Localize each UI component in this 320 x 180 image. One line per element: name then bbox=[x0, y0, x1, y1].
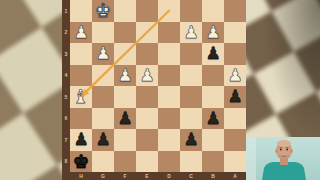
eyebrow-right bbox=[286, 147, 289, 148]
piece-bP-c7[interactable]: ♟ bbox=[183, 131, 198, 148]
square-e6[interactable] bbox=[136, 108, 158, 130]
square-g5[interactable] bbox=[92, 86, 114, 108]
eye-right bbox=[286, 149, 288, 151]
file-label-e: E bbox=[136, 172, 158, 180]
square-b2[interactable]: ♟ bbox=[202, 22, 224, 44]
square-a8[interactable] bbox=[224, 151, 246, 173]
square-c7[interactable]: ♟ bbox=[180, 129, 202, 151]
square-e7[interactable] bbox=[136, 129, 158, 151]
head-highlight bbox=[277, 140, 291, 147]
square-c4[interactable] bbox=[180, 65, 202, 87]
background-left-blurred-chessboard bbox=[0, 0, 66, 180]
square-c3[interactable] bbox=[180, 43, 202, 65]
square-d2[interactable] bbox=[158, 22, 180, 44]
eyebrow-left bbox=[279, 147, 282, 148]
video-frame: ♚♟♟♟♟♟♟♟♟♝♟♟♟♟♟♟♚ 12345678HGFEDCBA bbox=[0, 0, 320, 180]
rank-label-8: 8 bbox=[62, 151, 70, 173]
square-e5[interactable] bbox=[136, 86, 158, 108]
file-label-f: F bbox=[114, 172, 136, 180]
square-a4[interactable]: ♟ bbox=[224, 65, 246, 87]
square-f1[interactable] bbox=[114, 0, 136, 22]
square-c5[interactable] bbox=[180, 86, 202, 108]
square-b1[interactable] bbox=[202, 0, 224, 22]
square-h5[interactable]: ♝ bbox=[70, 86, 92, 108]
piece-wP-h2[interactable]: ♟ bbox=[73, 23, 88, 40]
square-h2[interactable]: ♟ bbox=[70, 22, 92, 44]
board-frame: ♚♟♟♟♟♟♟♟♟♝♟♟♟♟♟♟♚ 12345678HGFEDCBA bbox=[62, 0, 246, 180]
file-label-b: B bbox=[202, 172, 224, 180]
rank-label-7: 7 bbox=[62, 129, 70, 151]
piece-bP-f6[interactable]: ♟ bbox=[117, 109, 132, 126]
square-e1[interactable] bbox=[136, 0, 158, 22]
square-h1[interactable] bbox=[70, 0, 92, 22]
piece-bP-h7[interactable]: ♟ bbox=[73, 131, 88, 148]
square-e8[interactable] bbox=[136, 151, 158, 173]
rank-label-6: 6 bbox=[62, 108, 70, 130]
square-g3[interactable]: ♟ bbox=[92, 43, 114, 65]
square-d3[interactable] bbox=[158, 43, 180, 65]
rank-label-5: 5 bbox=[62, 86, 70, 108]
rank-label-2: 2 bbox=[62, 22, 70, 44]
square-a1[interactable] bbox=[224, 0, 246, 22]
square-g4[interactable] bbox=[92, 65, 114, 87]
square-a2[interactable] bbox=[224, 22, 246, 44]
file-label-d: D bbox=[158, 172, 180, 180]
square-g6[interactable] bbox=[92, 108, 114, 130]
square-e3[interactable] bbox=[136, 43, 158, 65]
square-d7[interactable] bbox=[158, 129, 180, 151]
rank-label-3: 3 bbox=[62, 43, 70, 65]
piece-bP-g7[interactable]: ♟ bbox=[95, 131, 110, 148]
square-h3[interactable] bbox=[70, 43, 92, 65]
piece-bP-b3[interactable]: ♟ bbox=[205, 45, 220, 62]
file-label-c: C bbox=[180, 172, 202, 180]
square-f5[interactable] bbox=[114, 86, 136, 108]
square-h4[interactable] bbox=[70, 65, 92, 87]
piece-wB-h5[interactable]: ♝ bbox=[72, 87, 89, 106]
square-a6[interactable] bbox=[224, 108, 246, 130]
square-b3[interactable]: ♟ bbox=[202, 43, 224, 65]
piece-wP-g3[interactable]: ♟ bbox=[95, 45, 110, 62]
square-h7[interactable]: ♟ bbox=[70, 129, 92, 151]
piece-bP-b6[interactable]: ♟ bbox=[205, 109, 220, 126]
square-d1[interactable] bbox=[158, 0, 180, 22]
square-c6[interactable] bbox=[180, 108, 202, 130]
eye-left bbox=[280, 149, 282, 151]
file-label-a: A bbox=[224, 172, 246, 180]
square-b5[interactable] bbox=[202, 86, 224, 108]
square-f7[interactable] bbox=[114, 129, 136, 151]
square-g1[interactable]: ♚ bbox=[92, 0, 114, 22]
square-e2[interactable] bbox=[136, 22, 158, 44]
square-c2[interactable]: ♟ bbox=[180, 22, 202, 44]
square-b7[interactable] bbox=[202, 129, 224, 151]
file-label-h: H bbox=[70, 172, 92, 180]
square-g2[interactable] bbox=[92, 22, 114, 44]
square-a5[interactable]: ♟ bbox=[224, 86, 246, 108]
square-f3[interactable] bbox=[114, 43, 136, 65]
square-d6[interactable] bbox=[158, 108, 180, 130]
square-b4[interactable] bbox=[202, 65, 224, 87]
square-g7[interactable]: ♟ bbox=[92, 129, 114, 151]
piece-wP-c2[interactable]: ♟ bbox=[183, 23, 198, 40]
square-f6[interactable]: ♟ bbox=[114, 108, 136, 130]
file-label-g: G bbox=[92, 172, 114, 180]
square-f8[interactable] bbox=[114, 151, 136, 173]
piece-wK-g1[interactable]: ♚ bbox=[94, 1, 111, 20]
square-a3[interactable] bbox=[224, 43, 246, 65]
ear-right bbox=[290, 149, 293, 153]
square-a7[interactable] bbox=[224, 129, 246, 151]
square-c1[interactable] bbox=[180, 0, 202, 22]
square-c8[interactable] bbox=[180, 151, 202, 173]
square-b6[interactable]: ♟ bbox=[202, 108, 224, 130]
rank-label-1: 1 bbox=[62, 0, 70, 22]
rank-label-4: 4 bbox=[62, 65, 70, 87]
square-h6[interactable] bbox=[70, 108, 92, 130]
square-d5[interactable] bbox=[158, 86, 180, 108]
chess-board[interactable]: ♚♟♟♟♟♟♟♟♟♝♟♟♟♟♟♟♚ bbox=[70, 0, 246, 172]
piece-wP-f4[interactable]: ♟ bbox=[117, 66, 132, 83]
square-h8[interactable]: ♚ bbox=[70, 151, 92, 173]
piece-wP-b2[interactable]: ♟ bbox=[205, 23, 220, 40]
square-g8[interactable] bbox=[92, 151, 114, 173]
background-checker-pattern bbox=[0, 0, 66, 180]
wall-light-strip bbox=[246, 137, 256, 180]
square-f2[interactable] bbox=[114, 22, 136, 44]
webcam-video bbox=[246, 137, 320, 180]
streamer-avatar bbox=[246, 137, 320, 180]
piece-bK-h8[interactable]: ♚ bbox=[72, 151, 89, 170]
piece-bP-a5[interactable]: ♟ bbox=[227, 88, 242, 105]
ear-left bbox=[275, 149, 278, 153]
square-e4[interactable]: ♟ bbox=[136, 65, 158, 87]
square-f4[interactable]: ♟ bbox=[114, 65, 136, 87]
square-d8[interactable] bbox=[158, 151, 180, 173]
piece-wP-e4[interactable]: ♟ bbox=[139, 66, 154, 83]
square-b8[interactable] bbox=[202, 151, 224, 173]
piece-wP-a4[interactable]: ♟ bbox=[227, 66, 242, 83]
square-d4[interactable] bbox=[158, 65, 180, 87]
